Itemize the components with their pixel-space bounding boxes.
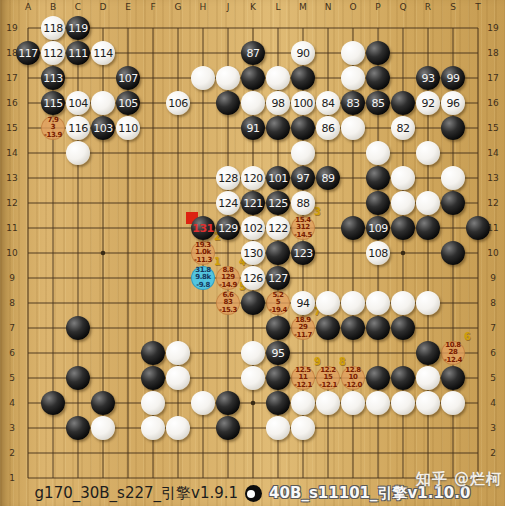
stone-black: [391, 316, 415, 340]
ai-suggestion-value: -12.0: [344, 382, 362, 390]
move-number: 106: [168, 97, 188, 110]
coord-label: S: [443, 2, 463, 12]
stone-white: [316, 291, 340, 315]
ai-suggestion[interactable]: 12.511-12.19: [291, 366, 315, 390]
stone-white: [441, 391, 465, 415]
stone-black: 115: [41, 91, 65, 115]
ai-suggestion[interactable]: 31.89.8k-9.81: [191, 266, 215, 290]
stone-black: 95: [266, 341, 290, 365]
move-number: 101: [268, 172, 288, 185]
move-number: 131: [192, 222, 213, 235]
move-number: 88: [297, 197, 310, 210]
move-number: 111: [68, 47, 88, 60]
stone-white: [216, 66, 240, 90]
stone-black: [216, 91, 240, 115]
ai-suggestion-value: -11.3: [194, 257, 212, 265]
stone-black: 103: [91, 116, 115, 140]
move-number: 99: [447, 72, 460, 85]
coord-label: R: [418, 2, 438, 12]
stone-black: 93: [416, 66, 440, 90]
stone-black: [141, 341, 165, 365]
ai-suggestion[interactable]: 5.25-19.4: [266, 291, 290, 315]
move-number: 83: [347, 97, 360, 110]
stone-white: 82: [391, 116, 415, 140]
stone-black: [341, 216, 365, 240]
stone-white: 116: [66, 116, 90, 140]
stone-black: [366, 191, 390, 215]
ai-suggestion[interactable]: 8.8129-14.94: [216, 266, 240, 290]
stone-black: 87: [241, 41, 265, 65]
ai-suggestion-value: -9.8: [196, 282, 210, 290]
stone-white: 84: [316, 91, 340, 115]
stone-black: [391, 366, 415, 390]
stone-white: 100: [291, 91, 315, 115]
stone-white: [416, 141, 440, 165]
stone-white: [416, 366, 440, 390]
stone-white: [291, 141, 315, 165]
stone-white: 112: [41, 41, 65, 65]
stone-black: [366, 316, 390, 340]
ai-suggestion[interactable]: 6.683-15.35: [216, 291, 240, 315]
stone-black: 107: [116, 66, 140, 90]
stone-black: [441, 191, 465, 215]
stone-white: 120: [241, 166, 265, 190]
move-number: 84: [322, 97, 335, 110]
coord-label: E: [118, 2, 138, 12]
move-number: 104: [68, 97, 88, 110]
stone-black: 131: [191, 216, 215, 240]
stone-black: [266, 366, 290, 390]
move-number: 117: [18, 47, 38, 60]
move-number: 102: [243, 222, 263, 235]
move-number: 127: [268, 272, 288, 285]
stone-white: [91, 416, 115, 440]
stone-black: [216, 416, 240, 440]
stone-black: [266, 316, 290, 340]
stone-black: [341, 316, 365, 340]
coord-label: C: [68, 2, 88, 12]
stone-white: [416, 291, 440, 315]
ai-suggestion-value: -12.4: [444, 357, 462, 365]
stone-black: [366, 166, 390, 190]
stone-black: [266, 391, 290, 415]
stone-black: 121: [241, 191, 265, 215]
stone-white: [341, 116, 365, 140]
stone-white: 88: [291, 191, 315, 215]
stone-black: [66, 416, 90, 440]
move-number: 114: [93, 47, 113, 60]
stone-black: 125: [266, 191, 290, 215]
coord-label: B: [43, 2, 63, 12]
stone-black: [466, 216, 490, 240]
move-number: 112: [43, 47, 63, 60]
stone-black: [316, 316, 340, 340]
move-number: 100: [293, 97, 313, 110]
ai-suggestion[interactable]: 10.828-12.46: [441, 341, 465, 365]
stone-white: [391, 391, 415, 415]
stone-white: 94: [291, 291, 315, 315]
ai-suggestion-value: -13.9: [44, 132, 62, 140]
stone-black: [291, 116, 315, 140]
stone-white: [241, 366, 265, 390]
stone-white: 126: [241, 266, 265, 290]
move-number: 105: [118, 97, 138, 110]
stone-black: 105: [116, 91, 140, 115]
coord-label: G: [168, 2, 188, 12]
stone-white: [366, 291, 390, 315]
coord-label: H: [193, 2, 213, 12]
stone-black: 123: [291, 241, 315, 265]
move-number: 103: [93, 122, 113, 135]
stone-black: 91: [241, 116, 265, 140]
ai-suggestion[interactable]: 12.810-12.0: [341, 366, 365, 390]
stone-black: [441, 241, 465, 265]
stone-black: 109: [366, 216, 390, 240]
stone-black: 111: [66, 41, 90, 65]
coord-label: T: [468, 2, 488, 12]
stone-white: [166, 416, 190, 440]
move-number: 86: [322, 122, 335, 135]
stone-white: [416, 191, 440, 215]
stone-white: [441, 166, 465, 190]
ai-suggestion-rank: 8: [339, 358, 346, 366]
stone-black: [266, 116, 290, 140]
stone-white: 122: [266, 216, 290, 240]
stone-black: 127: [266, 266, 290, 290]
stone-black: [266, 241, 290, 265]
move-number: 126: [243, 272, 263, 285]
coord-label: P: [368, 2, 388, 12]
watermark: 知乎 @烂柯: [416, 470, 502, 489]
move-number: 113: [43, 72, 63, 85]
stone-white: [341, 41, 365, 65]
stone-white: [391, 166, 415, 190]
stone-black: [66, 316, 90, 340]
stone-white: [266, 66, 290, 90]
stone-white: 110: [116, 116, 140, 140]
stone-white: [316, 391, 340, 415]
stone-white: 86: [316, 116, 340, 140]
move-number: 125: [268, 197, 288, 210]
coord-label: A: [18, 2, 38, 12]
stone-white: 104: [66, 91, 90, 115]
stone-white: [191, 66, 215, 90]
stone-black: [41, 391, 65, 415]
stone-black: 113: [41, 66, 65, 90]
move-number: 107: [118, 72, 138, 85]
stone-black: 129: [216, 216, 240, 240]
ai-suggestion-value: -14.9: [219, 282, 237, 290]
coord-label: Q: [393, 2, 413, 12]
move-number: 96: [447, 97, 460, 110]
ai-suggestion-rank: 9: [314, 358, 321, 366]
stone-white: 106: [166, 91, 190, 115]
move-number: 128: [218, 172, 238, 185]
move-number: 92: [422, 97, 435, 110]
stone-white: 130: [241, 241, 265, 265]
stone-white: [366, 391, 390, 415]
move-number: 122: [268, 222, 288, 235]
stone-black: [441, 366, 465, 390]
stone-black: 119: [66, 16, 90, 40]
stone-white: [341, 291, 365, 315]
stone-white: [166, 341, 190, 365]
stone-black: [216, 391, 240, 415]
move-number: 94: [297, 297, 310, 310]
stone-white: [341, 391, 365, 415]
stone-black: [91, 391, 115, 415]
stone-white: [241, 341, 265, 365]
move-number: 109: [368, 222, 388, 235]
move-number: 120: [243, 172, 263, 185]
move-number: 82: [397, 122, 410, 135]
coord-label: M: [293, 2, 313, 12]
stone-white: [416, 391, 440, 415]
move-number: 123: [293, 247, 313, 260]
ai-suggestion-rank: 1: [214, 258, 221, 266]
move-number: 130: [243, 247, 263, 260]
stone-white: 118: [41, 16, 65, 40]
stone-white: [341, 66, 365, 90]
go-board[interactable]: 31.89.8k-9.8119.31.0k-11.3215.4312-14.53…: [16, 16, 491, 491]
stone-black: [66, 366, 90, 390]
stone-black: 97: [291, 166, 315, 190]
move-number: 97: [297, 172, 310, 185]
ai-suggestion-value: -19.4: [269, 307, 287, 315]
stone-black: 99: [441, 66, 465, 90]
coord-label: L: [268, 2, 288, 12]
stone-black: 85: [366, 91, 390, 115]
move-number: 129: [218, 222, 238, 235]
ai-suggestion[interactable]: 15.4312-14.53: [291, 216, 315, 240]
ai-suggestion-value: -12.1: [319, 382, 337, 390]
stone-black: [241, 66, 265, 90]
coord-label: F: [143, 2, 163, 12]
ai-suggestion-value: -14.5: [294, 232, 312, 240]
stone-white: [291, 416, 315, 440]
stone-white: 90: [291, 41, 315, 65]
stone-black: [441, 116, 465, 140]
stone-black: [141, 366, 165, 390]
stone-black: [291, 66, 315, 90]
stone-white: [391, 191, 415, 215]
ai-suggestion-rank: 3: [314, 208, 321, 216]
ai-suggestion-rank: 6: [464, 333, 471, 341]
stone-white: 102: [241, 216, 265, 240]
stone-white: [91, 91, 115, 115]
move-number: 121: [243, 197, 263, 210]
stone-white: [366, 141, 390, 165]
move-number: 95: [272, 347, 285, 360]
stone-black: [391, 216, 415, 240]
coord-label: O: [343, 2, 363, 12]
ai-suggestion-value: -11.7: [294, 332, 312, 340]
stone-black: [416, 341, 440, 365]
stone-white: [191, 391, 215, 415]
stone-white: [291, 391, 315, 415]
move-number: 124: [218, 197, 238, 210]
move-number: 116: [68, 122, 88, 135]
stone-black: [241, 291, 265, 315]
ai-suggestion[interactable]: 7.93-13.9: [41, 116, 65, 140]
stone-black: [391, 91, 415, 115]
move-number: 108: [368, 247, 388, 260]
coord-label: J: [218, 2, 238, 12]
stone-white: 98: [266, 91, 290, 115]
stone-black: 101: [266, 166, 290, 190]
stone-white: [266, 416, 290, 440]
stone-white: [66, 141, 90, 165]
stone-black: [366, 66, 390, 90]
stone-black: [366, 41, 390, 65]
move-number: 90: [297, 47, 310, 60]
stone-white: [391, 291, 415, 315]
move-number: 85: [372, 97, 385, 110]
stone-black: 89: [316, 166, 340, 190]
stone-white: 114: [91, 41, 115, 65]
stone-white: [141, 391, 165, 415]
ai-suggestion[interactable]: 12.215-12.18: [316, 366, 340, 390]
stone-black: 83: [341, 91, 365, 115]
stone-white: 96: [441, 91, 465, 115]
ai-suggestion-value: -15.3: [219, 307, 237, 315]
go-analysis-screen: ABCDEFGHJKLMNOPQRST191918181717161615151…: [0, 0, 505, 506]
black-engine-label: g170_30B_s227_引擎v1.9.1: [35, 484, 239, 503]
ai-suggestion[interactable]: 19.31.0k-11.32: [191, 241, 215, 265]
stone-white: [141, 416, 165, 440]
ai-suggestion-value: -12.1: [294, 382, 312, 390]
coord-label: D: [93, 2, 113, 12]
ai-suggestion[interactable]: 18.929-11.77: [291, 316, 315, 340]
stone-black: 117: [16, 41, 40, 65]
move-number: 89: [322, 172, 335, 185]
move-number: 119: [68, 22, 88, 35]
move-number: 98: [272, 97, 285, 110]
stone-white: 108: [366, 241, 390, 265]
stone-white: 128: [216, 166, 240, 190]
stone-black: [416, 216, 440, 240]
move-number: 110: [118, 122, 138, 135]
stone-white: 92: [416, 91, 440, 115]
move-number: 91: [247, 122, 260, 135]
stone-white: [166, 366, 190, 390]
move-number: 87: [247, 47, 260, 60]
stone-color-indicator-icon[interactable]: [245, 485, 262, 502]
coord-label: K: [243, 2, 263, 12]
move-number: 93: [422, 72, 435, 85]
stone-white: 124: [216, 191, 240, 215]
coord-label: N: [318, 2, 338, 12]
stone-black: [366, 366, 390, 390]
move-number: 115: [43, 97, 63, 110]
stone-white: [241, 91, 265, 115]
move-number: 118: [43, 22, 63, 35]
